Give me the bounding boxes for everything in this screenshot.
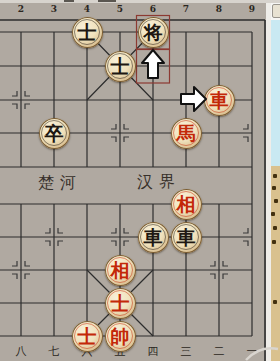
black-advisor[interactable]: 士	[72, 17, 103, 48]
top-file-label: 6	[143, 4, 163, 14]
black-general[interactable]: 将	[138, 17, 169, 48]
red-horse[interactable]: 馬	[171, 118, 202, 149]
black-soldier[interactable]: 卒	[39, 118, 70, 149]
bottom-file-label: 三	[176, 344, 196, 359]
right-panel-edge	[266, 0, 280, 361]
piece-glyph: 士	[78, 22, 97, 41]
river-label-left: 楚河	[38, 173, 82, 194]
piece-glyph: 将	[144, 22, 163, 41]
top-file-label: 5	[110, 4, 130, 14]
piece-glyph: 車	[210, 90, 229, 109]
red-advisor[interactable]: 士	[72, 321, 103, 352]
top-file-label: 3	[44, 4, 64, 14]
bottom-file-label: 八	[11, 344, 31, 359]
red-chariot[interactable]: 車	[204, 85, 235, 116]
red-elephant[interactable]: 相	[171, 189, 202, 220]
top-file-label: 2	[11, 4, 31, 14]
river-label-right: 汉界	[137, 172, 181, 193]
bottom-file-label: 七	[44, 344, 64, 359]
screenshot: 23456789 八七六五四三二一 楚河 汉界 士将士車卒馬相車車相士士帥	[0, 0, 280, 361]
piece-glyph: 帥	[111, 326, 130, 345]
piece-glyph: 士	[111, 56, 130, 75]
bottom-file-label: 一	[242, 344, 262, 359]
panel-parchment	[271, 166, 280, 361]
black-chariot[interactable]: 車	[138, 222, 169, 253]
cropped-top-edge	[0, 0, 280, 3]
bottom-file-label: 四	[143, 344, 163, 359]
black-chariot[interactable]: 車	[171, 222, 202, 253]
piece-glyph: 車	[144, 227, 163, 246]
cropped-text-fragment	[98, 0, 116, 2]
panel-corner	[272, 4, 280, 18]
top-file-label: 7	[176, 4, 196, 14]
cropped-text-fragment	[64, 0, 74, 2]
bottom-file-label: 二	[209, 344, 229, 359]
top-file-label: 4	[77, 4, 97, 14]
top-file-label: 8	[209, 4, 229, 14]
black-advisor[interactable]: 士	[105, 51, 136, 82]
red-general[interactable]: 帥	[105, 321, 136, 352]
piece-glyph: 士	[111, 293, 130, 312]
top-file-label: 9	[242, 4, 262, 14]
piece-glyph: 士	[78, 326, 97, 345]
xiangqi-board[interactable]: 23456789 八七六五四三二一 楚河 汉界 士将士車卒馬相車車相士士帥	[0, 0, 266, 361]
panel-blue-strip	[271, 20, 280, 166]
piece-glyph: 卒	[45, 123, 64, 142]
red-elephant[interactable]: 相	[105, 255, 136, 286]
piece-glyph: 馬	[177, 123, 196, 142]
piece-glyph: 相	[177, 194, 196, 213]
red-advisor[interactable]: 士	[105, 288, 136, 319]
piece-glyph: 車	[177, 227, 196, 246]
piece-glyph: 相	[111, 260, 130, 279]
